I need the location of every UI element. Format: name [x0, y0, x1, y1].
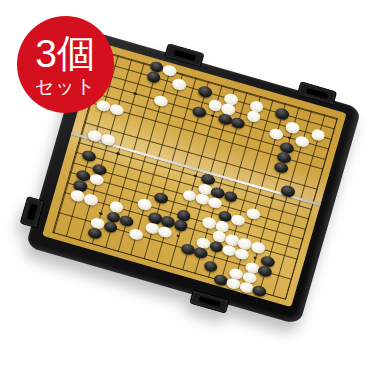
product-photo: 3個 セット — [0, 0, 380, 380]
white-stone — [284, 121, 300, 135]
product-badge: 3個 セット — [17, 16, 114, 113]
badge-count-text: 3個 — [35, 34, 96, 73]
white-stone — [83, 193, 99, 207]
black-stone — [274, 107, 290, 121]
white-stone — [230, 213, 246, 227]
black-stone — [191, 105, 207, 119]
black-stone — [230, 116, 246, 130]
hoshi-point — [253, 256, 257, 260]
white-stone — [137, 197, 153, 211]
latch-notch — [306, 88, 328, 99]
latch-notch — [27, 203, 38, 220]
black-stone — [223, 190, 239, 204]
latch-clip-left — [20, 196, 45, 228]
black-stone — [251, 284, 267, 298]
white-stone — [171, 77, 187, 91]
hoshi-point — [210, 114, 214, 118]
hoshi-point — [116, 152, 120, 156]
black-stone — [153, 191, 169, 205]
hoshi-point — [133, 92, 137, 96]
hoshi-point — [270, 196, 274, 200]
hoshi-point — [288, 136, 292, 140]
black-stone — [81, 149, 97, 163]
white-stone — [153, 94, 169, 108]
white-stone — [250, 241, 266, 255]
hoshi-point — [99, 212, 103, 216]
white-stone — [246, 207, 262, 221]
black-stone — [197, 85, 213, 99]
white-stone — [128, 227, 144, 241]
latch-notch — [173, 50, 195, 61]
black-stone — [118, 214, 134, 228]
white-stone — [108, 103, 124, 117]
badge-set-text: セット — [35, 77, 96, 98]
latch-clip-bottom — [189, 290, 229, 314]
hoshi-point — [176, 234, 180, 238]
white-stone — [161, 64, 177, 78]
white-stone — [269, 127, 285, 141]
hoshi-point — [193, 174, 197, 178]
white-stone — [310, 128, 326, 142]
latch-notch — [198, 296, 220, 307]
white-stone — [294, 134, 310, 148]
black-stone — [203, 260, 219, 274]
